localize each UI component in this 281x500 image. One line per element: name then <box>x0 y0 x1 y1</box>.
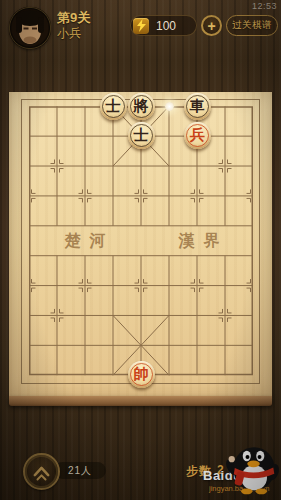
piece-red-soldier-g9[interactable]: 兵 <box>184 122 211 149</box>
player-avatar[interactable] <box>9 7 51 49</box>
chevron-up-icon <box>25 453 58 490</box>
level-info: 第9关 小兵 <box>57 11 90 39</box>
last-move-marker <box>165 102 174 111</box>
lightning-icon <box>133 18 149 34</box>
level-subtitle: 小兵 <box>57 27 90 39</box>
status-clock: 12:53 <box>252 1 277 11</box>
add-energy-button[interactable]: + <box>201 15 222 36</box>
piece-red-general-e1[interactable]: 帥 <box>128 361 155 388</box>
board-bottom-edge <box>9 396 272 406</box>
piece-black-chariot-g10[interactable]: 車 <box>184 93 211 120</box>
app-screen: 12:53 第9关 小兵 100 + 过关棋谱 楚河 漢界 士將車士兵帥 <box>0 0 281 500</box>
energy-value: 100 <box>156 19 176 33</box>
avatar-portrait-icon <box>9 7 51 49</box>
expand-button[interactable] <box>23 453 60 490</box>
level-label: 第9关 <box>57 11 90 24</box>
piece-black-general-e10[interactable]: 將 <box>128 93 155 120</box>
energy-pill: 100 <box>130 15 197 36</box>
board-panel[interactable]: 楚河 漢界 士將車士兵帥 <box>9 92 272 396</box>
qq-penguin-mascot <box>226 442 280 496</box>
river-label-right: 漢界 <box>161 231 237 252</box>
piece-black-advisor-d10[interactable]: 士 <box>100 93 127 120</box>
level-record-button[interactable]: 过关棋谱 <box>226 15 278 36</box>
river-label-left: 楚河 <box>47 231 123 252</box>
piece-black-advisor-e9[interactable]: 士 <box>128 122 155 149</box>
players-count-badge[interactable]: 21人 <box>54 462 106 479</box>
